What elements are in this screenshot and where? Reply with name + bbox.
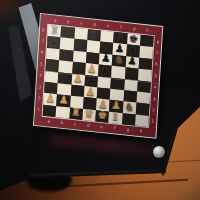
square-b1 — [56, 106, 70, 119]
piece-white-b-f1: ♝ — [110, 111, 120, 123]
piece-black-p-e5: ♟ — [100, 64, 110, 76]
piece-white-p-d5: ♟ — [87, 63, 97, 75]
coord-label: b — [55, 118, 69, 127]
piece-black-q-d8: ♛ — [89, 29, 100, 41]
piece-black-k-g8: ♚ — [128, 32, 140, 45]
metal-cap-icon — [153, 146, 165, 158]
square-c1: ♜ — [69, 107, 83, 120]
piece-black-p-a7: ♟ — [49, 36, 59, 48]
coord-label: 7 — [39, 35, 47, 47]
piece-white-p-a2: ♟ — [45, 93, 55, 105]
coord-label: d — [82, 121, 96, 130]
piece-black-n-g7: ♞ — [127, 44, 138, 57]
square-g1 — [122, 113, 136, 126]
coord-label: c — [75, 19, 89, 28]
coord-label: e — [101, 22, 115, 31]
coord-label: 1 — [35, 104, 43, 116]
coord-label: h — [141, 26, 155, 35]
piece-black-p-f7: ♟ — [114, 43, 124, 55]
piece-black-r-a8: ♜ — [49, 24, 59, 36]
coord-label: f — [114, 23, 128, 32]
piece-white-p-d3: ♟ — [85, 85, 95, 97]
coord-label: 8 — [40, 24, 48, 36]
coord-label: g — [121, 125, 135, 134]
coord-label: 3 — [150, 93, 158, 105]
coord-label: e — [95, 122, 109, 131]
coord-label: 7 — [153, 48, 161, 60]
coord-label: 8 — [154, 36, 162, 48]
coord-label: 4 — [151, 82, 159, 94]
coord-label: 6 — [38, 47, 46, 59]
piece-black-p-d4: ♟ — [86, 74, 96, 86]
coord-label: d — [88, 20, 102, 29]
piece-white-q-d1: ♛ — [84, 108, 94, 120]
piece-black-n-f6: ♞ — [114, 54, 124, 66]
square-a1 — [43, 104, 57, 117]
piece-white-n-g2: ♞ — [124, 101, 134, 113]
coord-label: g — [127, 24, 141, 33]
square-d1: ♛ — [82, 109, 96, 122]
piece-white-p-f2: ♟ — [111, 99, 121, 111]
coord-label: f — [108, 124, 122, 133]
coord-label: a — [48, 16, 62, 25]
coord-label: 2 — [150, 104, 158, 116]
piece-white-p-b2: ♟ — [58, 94, 68, 106]
coord-label: b — [62, 17, 76, 26]
coord-label: 2 — [35, 92, 43, 104]
board-grid: ♜♛♝♚♟♟♞♟♞♟♟♟♟♟♟♟♟♟♟♞♜♛♚♝ — [42, 24, 155, 128]
coord-label: c — [68, 120, 82, 129]
coord-label: 5 — [37, 58, 45, 70]
square-h1 — [135, 114, 149, 127]
piece-black-p-g6: ♟ — [127, 55, 137, 67]
coord-label: 6 — [153, 59, 161, 71]
piece-black-p-e6: ♟ — [101, 53, 111, 65]
coord-label: 5 — [152, 70, 160, 82]
photo-scene: ♜♛♝♚♟♟♞♟♞♟♟♟♟♟♟♟♟♟♟♞♜♛♚♝ 87654321 876543… — [0, 0, 200, 200]
piece-white-p-c4: ♟ — [73, 73, 83, 85]
coord-label: 3 — [36, 81, 44, 93]
piece-white-p-e2: ♟ — [98, 98, 108, 110]
coord-label: 1 — [149, 116, 157, 128]
square-e1: ♚ — [95, 110, 109, 123]
coord-label: 4 — [37, 69, 45, 81]
square-f1: ♝ — [109, 111, 123, 124]
coord-label: a — [42, 117, 56, 126]
piece-black-b-f8: ♝ — [115, 31, 126, 44]
chess-board: ♜♛♝♚♟♟♞♟♞♟♟♟♟♟♟♟♟♟♟♞♜♛♚♝ 87654321 876543… — [33, 13, 163, 139]
piece-white-k-e1: ♚ — [97, 109, 107, 121]
piece-white-r-c1: ♜ — [71, 107, 81, 119]
coord-label: h — [134, 126, 148, 135]
